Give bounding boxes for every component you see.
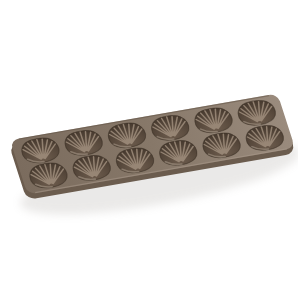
product-photo: Angled product photo of a dark taupe-bro… bbox=[0, 0, 298, 298]
madeleine-pan-illustration: Angled product photo of a dark taupe-bro… bbox=[0, 0, 298, 298]
